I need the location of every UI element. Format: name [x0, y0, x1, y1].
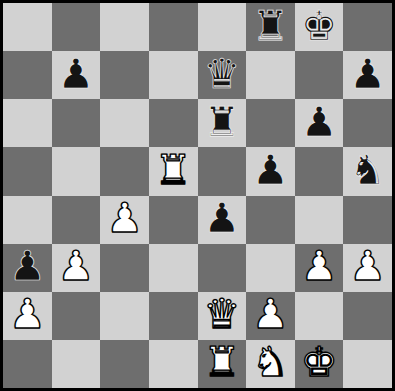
square-b7[interactable]: ♟	[52, 51, 101, 99]
square-h3[interactable]: ♟	[343, 244, 392, 292]
square-g1[interactable]: ♚	[295, 340, 344, 388]
square-h1[interactable]	[343, 340, 392, 388]
black-rook-e6: ♜	[203, 102, 240, 143]
square-b8[interactable]	[52, 3, 101, 51]
square-a2[interactable]: ♟	[3, 292, 52, 340]
black-rook-f8: ♜	[252, 6, 289, 47]
white-queen-e2: ♛	[203, 294, 240, 335]
square-h5[interactable]: ♞	[343, 147, 392, 195]
square-d8[interactable]	[149, 3, 198, 51]
square-b3[interactable]: ♟	[52, 244, 101, 292]
square-c6[interactable]	[100, 99, 149, 147]
black-pawn-g6: ♟	[301, 102, 338, 143]
square-f7[interactable]	[246, 51, 295, 99]
square-a5[interactable]	[3, 147, 52, 195]
square-b1[interactable]	[52, 340, 101, 388]
square-e3[interactable]	[198, 244, 247, 292]
square-c3[interactable]	[100, 244, 149, 292]
square-e4[interactable]: ♟	[198, 196, 247, 244]
square-e5[interactable]	[198, 147, 247, 195]
white-pawn-f2: ♟	[252, 294, 289, 335]
square-g2[interactable]	[295, 292, 344, 340]
board-frame: ♜♚♟♛♟♜♟♜♟♞♟♟♟♟♟♟♟♛♟♜♞♚	[0, 0, 395, 391]
square-e7[interactable]: ♛	[198, 51, 247, 99]
white-king-g1: ♚	[301, 342, 338, 383]
square-g8[interactable]: ♚	[295, 3, 344, 51]
square-d2[interactable]	[149, 292, 198, 340]
square-d1[interactable]	[149, 340, 198, 388]
square-c2[interactable]	[100, 292, 149, 340]
white-pawn-a2: ♟	[9, 294, 46, 335]
square-b6[interactable]	[52, 99, 101, 147]
square-d7[interactable]	[149, 51, 198, 99]
square-c7[interactable]	[100, 51, 149, 99]
square-d3[interactable]	[149, 244, 198, 292]
square-a3[interactable]: ♟	[3, 244, 52, 292]
square-d5[interactable]: ♜	[149, 147, 198, 195]
square-g6[interactable]: ♟	[295, 99, 344, 147]
square-a8[interactable]	[3, 3, 52, 51]
square-h8[interactable]	[343, 3, 392, 51]
square-e6[interactable]: ♜	[198, 99, 247, 147]
square-g4[interactable]	[295, 196, 344, 244]
white-pawn-g3: ♟	[301, 246, 338, 287]
black-king-g8: ♚	[301, 6, 338, 47]
square-h6[interactable]	[343, 99, 392, 147]
square-h4[interactable]	[343, 196, 392, 244]
square-e8[interactable]	[198, 3, 247, 51]
square-b2[interactable]	[52, 292, 101, 340]
square-f2[interactable]: ♟	[246, 292, 295, 340]
black-pawn-f5: ♟	[252, 150, 289, 191]
white-pawn-b3: ♟	[58, 246, 95, 287]
square-f6[interactable]	[246, 99, 295, 147]
black-pawn-a3: ♟	[9, 246, 46, 287]
square-h7[interactable]: ♟	[343, 51, 392, 99]
square-a6[interactable]	[3, 99, 52, 147]
square-f8[interactable]: ♜	[246, 3, 295, 51]
square-e1[interactable]: ♜	[198, 340, 247, 388]
black-knight-h5: ♞	[349, 150, 386, 191]
square-d4[interactable]	[149, 196, 198, 244]
black-pawn-h7: ♟	[349, 54, 386, 95]
square-f4[interactable]	[246, 196, 295, 244]
square-f3[interactable]	[246, 244, 295, 292]
square-f1[interactable]: ♞	[246, 340, 295, 388]
square-c8[interactable]	[100, 3, 149, 51]
square-g3[interactable]: ♟	[295, 244, 344, 292]
square-g7[interactable]	[295, 51, 344, 99]
square-c1[interactable]	[100, 340, 149, 388]
square-e2[interactable]: ♛	[198, 292, 247, 340]
square-c5[interactable]	[100, 147, 149, 195]
black-pawn-b7: ♟	[58, 54, 95, 95]
black-pawn-e4: ♟	[203, 198, 240, 239]
white-pawn-h3: ♟	[349, 246, 386, 287]
white-rook-d5: ♜	[155, 150, 192, 191]
square-c4[interactable]: ♟	[100, 196, 149, 244]
square-b5[interactable]	[52, 147, 101, 195]
square-a4[interactable]	[3, 196, 52, 244]
square-a1[interactable]	[3, 340, 52, 388]
square-h2[interactable]	[343, 292, 392, 340]
chess-board: ♜♚♟♛♟♜♟♜♟♞♟♟♟♟♟♟♟♛♟♜♞♚	[3, 3, 392, 388]
square-d6[interactable]	[149, 99, 198, 147]
square-f5[interactable]: ♟	[246, 147, 295, 195]
white-pawn-c4: ♟	[106, 198, 143, 239]
square-b4[interactable]	[52, 196, 101, 244]
black-queen-e7: ♛	[203, 54, 240, 95]
square-a7[interactable]	[3, 51, 52, 99]
white-knight-f1: ♞	[252, 342, 289, 383]
white-rook-e1: ♜	[203, 342, 240, 383]
square-g5[interactable]	[295, 147, 344, 195]
